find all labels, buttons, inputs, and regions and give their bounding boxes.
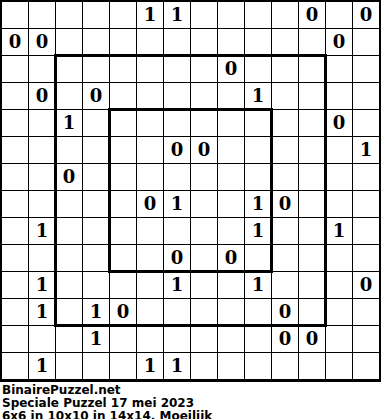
cell-r8c9[interactable] <box>218 191 245 218</box>
cell-r3c4[interactable] <box>83 56 110 83</box>
cell-r8c3[interactable] <box>56 191 83 218</box>
cell-r4c10: 1 <box>245 83 272 110</box>
cell-r1c10[interactable] <box>245 2 272 29</box>
cell-r13c8[interactable] <box>191 326 218 353</box>
cell-r4c11[interactable] <box>272 83 299 110</box>
cell-r8c5[interactable] <box>110 191 137 218</box>
cell-r13c10[interactable] <box>245 326 272 353</box>
cell-r11c6[interactable] <box>137 272 164 299</box>
cell-r11c13[interactable] <box>326 272 353 299</box>
cell-r2c5[interactable] <box>110 29 137 56</box>
cell-r10c12[interactable] <box>299 245 326 272</box>
cell-r6c3[interactable] <box>56 137 83 164</box>
cell-r12c12[interactable] <box>299 299 326 326</box>
cell-r13c4: 1 <box>83 326 110 353</box>
cell-r10c10[interactable] <box>245 245 272 272</box>
cell-r3c13[interactable] <box>326 56 353 83</box>
cell-r13c11: 0 <box>272 326 299 353</box>
cell-r2c1: 0 <box>2 29 29 56</box>
cell-r9c14[interactable] <box>353 218 380 245</box>
cell-r5c13: 0 <box>326 110 353 137</box>
cell-r11c10: 1 <box>245 272 272 299</box>
cell-r7c14[interactable] <box>353 164 380 191</box>
cell-r11c9[interactable] <box>218 272 245 299</box>
cell-r1c1[interactable] <box>2 2 29 29</box>
cell-r6c2[interactable] <box>29 137 56 164</box>
cell-r3c3[interactable] <box>56 56 83 83</box>
board: 1100000000110001001101110011101100100111 <box>0 0 381 382</box>
cell-r6c13[interactable] <box>326 137 353 164</box>
cell-r7c7[interactable] <box>164 164 191 191</box>
cell-r14c4[interactable] <box>83 353 110 380</box>
cell-r2c3[interactable] <box>56 29 83 56</box>
cell-r1c3[interactable] <box>56 2 83 29</box>
puzzle-page: 1100000000110001001101110011101100100111… <box>0 0 381 419</box>
cell-r5c3: 1 <box>56 110 83 137</box>
cell-r12c9[interactable] <box>218 299 245 326</box>
cell-r4c2: 0 <box>29 83 56 110</box>
cell-r8c8[interactable] <box>191 191 218 218</box>
cell-r1c12: 0 <box>299 2 326 29</box>
cell-r7c10[interactable] <box>245 164 272 191</box>
cell-r9c3[interactable] <box>56 218 83 245</box>
cell-r2c14[interactable] <box>353 29 380 56</box>
cell-r9c8[interactable] <box>191 218 218 245</box>
cell-r14c10[interactable] <box>245 353 272 380</box>
cell-r1c11[interactable] <box>272 2 299 29</box>
cell-r10c4[interactable] <box>83 245 110 272</box>
cell-r13c1[interactable] <box>2 326 29 353</box>
cell-r9c13: 1 <box>326 218 353 245</box>
cell-r2c10[interactable] <box>245 29 272 56</box>
cell-r12c7[interactable] <box>164 299 191 326</box>
cell-r2c12[interactable] <box>299 29 326 56</box>
cell-r7c8[interactable] <box>191 164 218 191</box>
cell-r14c9[interactable] <box>218 353 245 380</box>
cell-r13c9[interactable] <box>218 326 245 353</box>
cell-r3c10[interactable] <box>245 56 272 83</box>
cell-r14c3[interactable] <box>56 353 83 380</box>
cell-r11c4[interactable] <box>83 272 110 299</box>
cell-r4c3[interactable] <box>56 83 83 110</box>
cell-r1c5[interactable] <box>110 2 137 29</box>
cell-r9c9[interactable] <box>218 218 245 245</box>
cell-r10c11[interactable] <box>272 245 299 272</box>
cell-r9c4[interactable] <box>83 218 110 245</box>
cell-r10c1[interactable] <box>2 245 29 272</box>
cell-r9c10: 1 <box>245 218 272 245</box>
cell-r7c11[interactable] <box>272 164 299 191</box>
cell-r1c2[interactable] <box>29 2 56 29</box>
cell-r5c5[interactable] <box>110 110 137 137</box>
cell-r3c6[interactable] <box>137 56 164 83</box>
cell-r14c8[interactable] <box>191 353 218 380</box>
cell-r5c12[interactable] <box>299 110 326 137</box>
cell-r12c11: 0 <box>272 299 299 326</box>
cell-r4c12[interactable] <box>299 83 326 110</box>
cell-r10c2[interactable] <box>29 245 56 272</box>
cell-r14c2: 1 <box>29 353 56 380</box>
cell-r5c6[interactable] <box>137 110 164 137</box>
cell-r14c7: 1 <box>164 353 191 380</box>
cell-r6c1[interactable] <box>2 137 29 164</box>
cell-r9c6[interactable] <box>137 218 164 245</box>
cell-r5c9[interactable] <box>218 110 245 137</box>
cell-r7c5[interactable] <box>110 164 137 191</box>
cell-r7c2[interactable] <box>29 164 56 191</box>
cell-r3c14[interactable] <box>353 56 380 83</box>
cell-r10c7: 0 <box>164 245 191 272</box>
cell-r11c8[interactable] <box>191 272 218 299</box>
cell-r9c11[interactable] <box>272 218 299 245</box>
cell-r14c11[interactable] <box>272 353 299 380</box>
cell-r1c9[interactable] <box>218 2 245 29</box>
cell-r9c5[interactable] <box>110 218 137 245</box>
cell-r1c4[interactable] <box>83 2 110 29</box>
cell-r14c12[interactable] <box>299 353 326 380</box>
cell-r5c2[interactable] <box>29 110 56 137</box>
cell-r8c13[interactable] <box>326 191 353 218</box>
cell-r13c6[interactable] <box>137 326 164 353</box>
cell-r11c5[interactable] <box>110 272 137 299</box>
cell-r4c14[interactable] <box>353 83 380 110</box>
cell-r7c4[interactable] <box>83 164 110 191</box>
cell-r4c1[interactable] <box>2 83 29 110</box>
cell-r12c10[interactable] <box>245 299 272 326</box>
cell-r12c6[interactable] <box>137 299 164 326</box>
cell-r8c14[interactable] <box>353 191 380 218</box>
cell-r11c12[interactable] <box>299 272 326 299</box>
cell-r3c5[interactable] <box>110 56 137 83</box>
cell-r12c8[interactable] <box>191 299 218 326</box>
cell-r14c13[interactable] <box>326 353 353 380</box>
cell-r6c14: 1 <box>353 137 380 164</box>
cell-r6c5[interactable] <box>110 137 137 164</box>
cell-r2c7[interactable] <box>164 29 191 56</box>
cell-r9c7[interactable] <box>164 218 191 245</box>
cell-r7c9[interactable] <box>218 164 245 191</box>
cell-r3c7[interactable] <box>164 56 191 83</box>
cell-r5c4[interactable] <box>83 110 110 137</box>
cell-r6c7: 0 <box>164 137 191 164</box>
cell-r7c1[interactable] <box>2 164 29 191</box>
cell-r13c2[interactable] <box>29 326 56 353</box>
cell-r2c6[interactable] <box>137 29 164 56</box>
cell-r12c1[interactable] <box>2 299 29 326</box>
cell-r8c12[interactable] <box>299 191 326 218</box>
cell-r12c5: 0 <box>110 299 137 326</box>
cell-r7c6[interactable] <box>137 164 164 191</box>
cell-r3c2[interactable] <box>29 56 56 83</box>
cell-r10c14[interactable] <box>353 245 380 272</box>
cell-r8c10: 1 <box>245 191 272 218</box>
footer-description: 6x6 in 10x10 in 14x14, Moeilijk <box>2 410 381 419</box>
cell-r13c12: 0 <box>299 326 326 353</box>
cell-r10c3[interactable] <box>56 245 83 272</box>
cell-r5c1[interactable] <box>2 110 29 137</box>
cell-r1c14: 0 <box>353 2 380 29</box>
cell-r2c9[interactable] <box>218 29 245 56</box>
cell-r8c6: 0 <box>137 191 164 218</box>
cell-r5c7[interactable] <box>164 110 191 137</box>
cell-r6c12[interactable] <box>299 137 326 164</box>
cell-r8c4[interactable] <box>83 191 110 218</box>
cell-r1c8[interactable] <box>191 2 218 29</box>
cell-r8c7: 1 <box>164 191 191 218</box>
cell-r6c9[interactable] <box>218 137 245 164</box>
cell-r10c6[interactable] <box>137 245 164 272</box>
cell-r10c8[interactable] <box>191 245 218 272</box>
cell-r10c13[interactable] <box>326 245 353 272</box>
cell-r9c12[interactable] <box>299 218 326 245</box>
cell-r7c3: 0 <box>56 164 83 191</box>
cell-r13c7[interactable] <box>164 326 191 353</box>
cell-r4c9[interactable] <box>218 83 245 110</box>
cell-r6c8: 0 <box>191 137 218 164</box>
cell-r13c14[interactable] <box>353 326 380 353</box>
cell-r4c7[interactable] <box>164 83 191 110</box>
cell-r11c11[interactable] <box>272 272 299 299</box>
cell-r4c8[interactable] <box>191 83 218 110</box>
cell-r5c14[interactable] <box>353 110 380 137</box>
cell-r5c8[interactable] <box>191 110 218 137</box>
cell-r8c11: 0 <box>272 191 299 218</box>
cell-r14c6: 1 <box>137 353 164 380</box>
cell-r6c11[interactable] <box>272 137 299 164</box>
cell-r10c5[interactable] <box>110 245 137 272</box>
cell-r11c14: 0 <box>353 272 380 299</box>
cell-r12c3[interactable] <box>56 299 83 326</box>
cell-r12c14[interactable] <box>353 299 380 326</box>
cell-r11c3[interactable] <box>56 272 83 299</box>
cell-r8c2[interactable] <box>29 191 56 218</box>
cell-r8c1[interactable] <box>2 191 29 218</box>
cell-r13c13[interactable] <box>326 326 353 353</box>
cell-r5c10[interactable] <box>245 110 272 137</box>
cell-r2c8[interactable] <box>191 29 218 56</box>
cell-r12c13[interactable] <box>326 299 353 326</box>
cell-r6c6[interactable] <box>137 137 164 164</box>
cell-r4c4: 0 <box>83 83 110 110</box>
cell-r1c13[interactable] <box>326 2 353 29</box>
cell-r1c6: 1 <box>137 2 164 29</box>
cell-r3c9: 0 <box>218 56 245 83</box>
cell-r2c11[interactable] <box>272 29 299 56</box>
cell-r3c12[interactable] <box>299 56 326 83</box>
cell-r6c10[interactable] <box>245 137 272 164</box>
cell-r3c1[interactable] <box>2 56 29 83</box>
cell-r2c13: 0 <box>326 29 353 56</box>
cell-r14c14[interactable] <box>353 353 380 380</box>
cell-r9c1[interactable] <box>2 218 29 245</box>
cell-r14c1[interactable] <box>2 353 29 380</box>
cell-r12c2: 1 <box>29 299 56 326</box>
cell-r3c11[interactable] <box>272 56 299 83</box>
cell-r11c1[interactable] <box>2 272 29 299</box>
cell-r3c8[interactable] <box>191 56 218 83</box>
cell-r11c2: 1 <box>29 272 56 299</box>
cell-r4c13[interactable] <box>326 83 353 110</box>
cell-r12c4: 1 <box>83 299 110 326</box>
cell-r13c5[interactable] <box>110 326 137 353</box>
cell-r7c12[interactable] <box>299 164 326 191</box>
cell-r13c3[interactable] <box>56 326 83 353</box>
cell-r5c11[interactable] <box>272 110 299 137</box>
cell-r4c6[interactable] <box>137 83 164 110</box>
footer: BinairePuzzel.net Speciale Puzzel 17 mei… <box>0 382 381 419</box>
cell-r2c4[interactable] <box>83 29 110 56</box>
cell-r2c2: 0 <box>29 29 56 56</box>
cell-r11c7: 1 <box>164 272 191 299</box>
cell-r14c5[interactable] <box>110 353 137 380</box>
cell-r4c5[interactable] <box>110 83 137 110</box>
cell-r9c2: 1 <box>29 218 56 245</box>
cell-r10c9: 0 <box>218 245 245 272</box>
cell-r6c4[interactable] <box>83 137 110 164</box>
cell-r7c13[interactable] <box>326 164 353 191</box>
cell-r1c7: 1 <box>164 2 191 29</box>
